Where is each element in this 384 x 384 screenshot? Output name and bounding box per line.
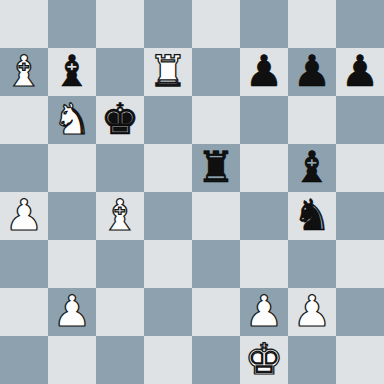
black-pawn-piece-g7[interactable]: ♟︎ (293, 47, 332, 95)
square-b2[interactable]: ♟︎ (48, 288, 96, 336)
square-g1[interactable] (288, 336, 336, 384)
square-h1[interactable] (336, 336, 384, 384)
square-a3[interactable] (0, 240, 48, 288)
square-e6[interactable] (192, 96, 240, 144)
square-f2[interactable]: ♟︎ (240, 288, 288, 336)
square-g5[interactable]: ♝︎ (288, 144, 336, 192)
square-c5[interactable] (96, 144, 144, 192)
square-a6[interactable] (0, 96, 48, 144)
square-d2[interactable] (144, 288, 192, 336)
square-d7[interactable]: ♜︎ (144, 48, 192, 96)
square-b7[interactable]: ♝︎ (48, 48, 96, 96)
square-e4[interactable] (192, 192, 240, 240)
square-f6[interactable] (240, 96, 288, 144)
square-h3[interactable] (336, 240, 384, 288)
square-c4[interactable]: ♝︎ (96, 192, 144, 240)
white-bishop-piece-a7[interactable]: ♝︎ (5, 47, 44, 95)
square-g3[interactable] (288, 240, 336, 288)
white-bishop-piece-c4[interactable]: ♝︎ (101, 191, 140, 239)
square-f1[interactable]: ♚︎ (240, 336, 288, 384)
black-pawn-piece-h7[interactable]: ♟︎ (341, 47, 380, 95)
square-c2[interactable] (96, 288, 144, 336)
black-bishop-piece-b7[interactable]: ♝︎ (53, 47, 92, 95)
square-c7[interactable] (96, 48, 144, 96)
white-rook-piece-d7[interactable]: ♜︎ (149, 47, 188, 95)
black-king-piece-c6[interactable]: ♚︎ (101, 95, 140, 143)
square-e1[interactable] (192, 336, 240, 384)
square-e3[interactable] (192, 240, 240, 288)
square-d3[interactable] (144, 240, 192, 288)
square-f8[interactable] (240, 0, 288, 48)
square-f7[interactable]: ♟︎ (240, 48, 288, 96)
square-h4[interactable] (336, 192, 384, 240)
white-pawn-piece-b2[interactable]: ♟︎ (53, 287, 92, 335)
square-c6[interactable]: ♚︎ (96, 96, 144, 144)
square-c8[interactable] (96, 0, 144, 48)
square-h7[interactable]: ♟︎ (336, 48, 384, 96)
square-f3[interactable] (240, 240, 288, 288)
black-rook-piece-e5[interactable]: ♜︎ (197, 143, 236, 191)
square-b8[interactable] (48, 0, 96, 48)
white-knight-piece-b6[interactable]: ♞︎ (53, 95, 92, 143)
square-e7[interactable] (192, 48, 240, 96)
square-g2[interactable]: ♟︎ (288, 288, 336, 336)
square-b4[interactable] (48, 192, 96, 240)
square-d8[interactable] (144, 0, 192, 48)
square-d5[interactable] (144, 144, 192, 192)
square-b6[interactable]: ♞︎ (48, 96, 96, 144)
square-a7[interactable]: ♝︎ (0, 48, 48, 96)
square-h6[interactable] (336, 96, 384, 144)
square-a5[interactable] (0, 144, 48, 192)
square-g7[interactable]: ♟︎ (288, 48, 336, 96)
black-pawn-piece-f7[interactable]: ♟︎ (245, 47, 284, 95)
square-d4[interactable] (144, 192, 192, 240)
white-pawn-piece-f2[interactable]: ♟︎ (245, 287, 284, 335)
square-g6[interactable] (288, 96, 336, 144)
square-a2[interactable] (0, 288, 48, 336)
square-b1[interactable] (48, 336, 96, 384)
chess-board: ♝︎♝︎♜︎♟︎♟︎♟︎♞︎♚︎♜︎♝︎♟︎♝︎♞︎♟︎♟︎♟︎♚︎ (0, 0, 384, 384)
square-b3[interactable] (48, 240, 96, 288)
square-h2[interactable] (336, 288, 384, 336)
white-king-piece-f1[interactable]: ♚︎ (245, 335, 284, 383)
black-knight-piece-g4[interactable]: ♞︎ (293, 191, 332, 239)
square-d6[interactable] (144, 96, 192, 144)
square-d1[interactable] (144, 336, 192, 384)
square-b5[interactable] (48, 144, 96, 192)
square-a8[interactable] (0, 0, 48, 48)
square-a4[interactable]: ♟︎ (0, 192, 48, 240)
square-g4[interactable]: ♞︎ (288, 192, 336, 240)
white-pawn-piece-a4[interactable]: ♟︎ (5, 191, 44, 239)
square-f5[interactable] (240, 144, 288, 192)
chess-board-container: ♝︎♝︎♜︎♟︎♟︎♟︎♞︎♚︎♜︎♝︎♟︎♝︎♞︎♟︎♟︎♟︎♚︎ (0, 0, 384, 384)
square-h8[interactable] (336, 0, 384, 48)
square-f4[interactable] (240, 192, 288, 240)
square-c3[interactable] (96, 240, 144, 288)
square-a1[interactable] (0, 336, 48, 384)
white-pawn-piece-g2[interactable]: ♟︎ (293, 287, 332, 335)
square-h5[interactable] (336, 144, 384, 192)
square-g8[interactable] (288, 0, 336, 48)
square-c1[interactable] (96, 336, 144, 384)
square-e8[interactable] (192, 0, 240, 48)
square-e5[interactable]: ♜︎ (192, 144, 240, 192)
black-bishop-piece-g5[interactable]: ♝︎ (293, 143, 332, 191)
square-e2[interactable] (192, 288, 240, 336)
